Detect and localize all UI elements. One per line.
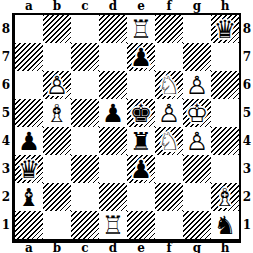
square-e3[interactable]: ♟♟ [127, 155, 155, 183]
square-f4[interactable]: ♞♘ [155, 127, 183, 155]
square-g4[interactable]: ♟♙ [183, 127, 211, 155]
rank-label-6: 6 [241, 71, 253, 99]
file-label-g: g [183, 0, 211, 13]
square-c2[interactable] [71, 183, 99, 211]
square-e6[interactable] [127, 71, 155, 99]
black-queen-a3[interactable]: ♛ [15, 155, 43, 183]
square-c3[interactable] [71, 155, 99, 183]
square-g7[interactable] [183, 43, 211, 71]
black-pawn-e7[interactable]: ♟ [127, 43, 155, 71]
black-bishop-a2[interactable]: ♝ [15, 183, 43, 211]
square-h8[interactable]: ♛♛ [211, 15, 239, 43]
file-label-a: a [15, 0, 43, 13]
rank-label-8: 8 [241, 15, 253, 43]
square-d3[interactable] [99, 155, 127, 183]
file-label-e: e [127, 243, 155, 253]
file-label-a: a [15, 243, 43, 253]
square-e5[interactable]: ♚♚ [127, 99, 155, 127]
square-a1[interactable] [15, 211, 43, 239]
square-f7[interactable] [155, 43, 183, 71]
black-pawn-e3[interactable]: ♟ [127, 155, 155, 183]
square-d1[interactable]: ♜♖ [99, 211, 127, 239]
black-knight-h1[interactable]: ♞ [211, 211, 239, 239]
square-f1[interactable] [155, 211, 183, 239]
square-a2[interactable]: ♝♝ [15, 183, 43, 211]
square-b1[interactable] [43, 211, 71, 239]
rank-labels-right: 87654321 [241, 15, 253, 239]
square-e1[interactable] [127, 211, 155, 239]
square-b2[interactable] [43, 183, 71, 211]
white-king-g5[interactable]: ♔ [183, 99, 211, 127]
square-e4[interactable]: ♜♜ [127, 127, 155, 155]
square-b6[interactable]: ♟♙ [43, 71, 71, 99]
black-pawn-d5[interactable]: ♟ [99, 99, 127, 127]
square-d7[interactable] [99, 43, 127, 71]
rank-label-4: 4 [0, 127, 12, 155]
square-c5[interactable] [71, 99, 99, 127]
square-h7[interactable] [211, 43, 239, 71]
rank-labels-left: 87654321 [0, 15, 12, 239]
black-queen-h8[interactable]: ♛ [211, 15, 239, 43]
square-h2[interactable]: ♝♗ [211, 183, 239, 211]
black-pawn-a4[interactable]: ♟ [15, 127, 43, 155]
rank-label-1: 1 [0, 211, 12, 239]
file-label-d: d [99, 0, 127, 13]
square-b4[interactable] [43, 127, 71, 155]
white-knight-f6[interactable]: ♘ [155, 71, 183, 99]
rank-label-3: 3 [241, 155, 253, 183]
square-e7[interactable]: ♟♟ [127, 43, 155, 71]
white-rook-e8[interactable]: ♖ [127, 15, 155, 43]
square-g1[interactable] [183, 211, 211, 239]
square-g8[interactable] [183, 15, 211, 43]
file-label-g: g [183, 243, 211, 253]
square-c8[interactable] [71, 15, 99, 43]
square-b5[interactable]: ♝♗ [43, 99, 71, 127]
white-pawn-g4[interactable]: ♙ [183, 127, 211, 155]
square-b8[interactable] [43, 15, 71, 43]
rank-label-4: 4 [241, 127, 253, 155]
square-f2[interactable] [155, 183, 183, 211]
file-labels-bottom: abcdefgh [15, 243, 239, 253]
square-g3[interactable] [183, 155, 211, 183]
chess-board: ♜♖♛♛♟♟♟♙♞♘♟♙♝♗♟♟♚♚♟♙♚♔♟♟♜♜♞♘♟♙♛♛♟♟♝♝♝♗♜♖… [12, 13, 241, 243]
square-h1[interactable]: ♞♞ [211, 211, 239, 239]
file-label-d: d [99, 243, 127, 253]
white-pawn-f5[interactable]: ♙ [155, 99, 183, 127]
square-d5[interactable]: ♟♟ [99, 99, 127, 127]
white-bishop-h2[interactable]: ♗ [211, 183, 239, 211]
square-b3[interactable] [43, 155, 71, 183]
file-label-b: b [43, 0, 71, 13]
file-label-c: c [71, 0, 99, 13]
rank-label-1: 1 [241, 211, 253, 239]
square-e8[interactable]: ♜♖ [127, 15, 155, 43]
square-a8[interactable] [15, 15, 43, 43]
file-label-h: h [211, 243, 239, 253]
rank-label-6: 6 [0, 71, 12, 99]
rank-label-7: 7 [241, 43, 253, 71]
square-e2[interactable] [127, 183, 155, 211]
white-rook-d1[interactable]: ♖ [99, 211, 127, 239]
square-f3[interactable] [155, 155, 183, 183]
white-bishop-b5[interactable]: ♗ [43, 99, 71, 127]
square-h3[interactable] [211, 155, 239, 183]
rank-label-2: 2 [0, 183, 12, 211]
file-label-e: e [127, 0, 155, 13]
square-d6[interactable] [99, 71, 127, 99]
file-label-h: h [211, 0, 239, 13]
square-h5[interactable] [211, 99, 239, 127]
square-a6[interactable] [15, 71, 43, 99]
square-a3[interactable]: ♛♛ [15, 155, 43, 183]
square-c6[interactable] [71, 71, 99, 99]
square-h6[interactable] [211, 71, 239, 99]
rank-label-5: 5 [0, 99, 12, 127]
square-d8[interactable] [99, 15, 127, 43]
square-h4[interactable] [211, 127, 239, 155]
square-b7[interactable] [43, 43, 71, 71]
file-label-f: f [155, 243, 183, 253]
square-c4[interactable] [71, 127, 99, 155]
rank-label-2: 2 [241, 183, 253, 211]
file-label-f: f [155, 0, 183, 13]
white-knight-f4[interactable]: ♘ [155, 127, 183, 155]
rank-label-7: 7 [0, 43, 12, 71]
square-a4[interactable]: ♟♟ [15, 127, 43, 155]
rank-label-3: 3 [0, 155, 12, 183]
rank-label-5: 5 [241, 99, 253, 127]
square-d4[interactable] [99, 127, 127, 155]
rank-label-8: 8 [0, 15, 12, 43]
file-labels-top: abcdefgh [15, 0, 239, 13]
square-f5[interactable]: ♟♙ [155, 99, 183, 127]
white-pawn-g6[interactable]: ♙ [183, 71, 211, 99]
file-label-b: b [43, 243, 71, 253]
square-g5[interactable]: ♚♔ [183, 99, 211, 127]
square-g2[interactable] [183, 183, 211, 211]
square-a5[interactable] [15, 99, 43, 127]
square-c1[interactable] [71, 211, 99, 239]
square-f6[interactable]: ♞♘ [155, 71, 183, 99]
square-f8[interactable] [155, 15, 183, 43]
black-rook-e4[interactable]: ♜ [127, 127, 155, 155]
file-label-c: c [71, 243, 99, 253]
square-d2[interactable] [99, 183, 127, 211]
chess-diagram: abcdefgh 87654321 ♜♖♛♛♟♟♟♙♞♘♟♙♝♗♟♟♚♚♟♙♚♔… [0, 0, 253, 253]
white-pawn-b6[interactable]: ♙ [43, 71, 71, 99]
square-a7[interactable] [15, 43, 43, 71]
square-c7[interactable] [71, 43, 99, 71]
black-king-e5[interactable]: ♚ [127, 99, 155, 127]
square-g6[interactable]: ♟♙ [183, 71, 211, 99]
